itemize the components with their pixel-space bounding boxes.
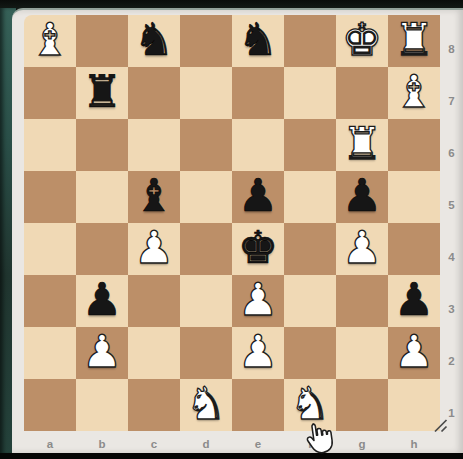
file-label-c: c: [128, 434, 180, 453]
square-c2[interactable]: [128, 327, 180, 379]
hand-pointer-cursor: [301, 419, 337, 459]
square-e7[interactable]: [232, 67, 284, 119]
square-a7[interactable]: [24, 67, 76, 119]
bottom-strip: [0, 453, 463, 459]
square-f4[interactable]: [284, 223, 336, 275]
piece-black-pawn[interactable]: ♟: [342, 170, 382, 222]
rank-label-2: 2: [440, 327, 463, 379]
piece-white-knight[interactable]: ♞: [186, 378, 226, 430]
square-d5[interactable]: [180, 171, 232, 223]
piece-black-king[interactable]: ♚: [238, 222, 278, 274]
piece-black-knight[interactable]: ♞: [238, 15, 278, 66]
square-e6[interactable]: [232, 119, 284, 171]
piece-white-rook[interactable]: ♜: [394, 15, 434, 66]
square-d3[interactable]: [180, 275, 232, 327]
square-f6[interactable]: [284, 119, 336, 171]
file-label-h: h: [388, 434, 440, 453]
square-g7[interactable]: [336, 67, 388, 119]
square-h8[interactable]: ♜: [388, 15, 440, 67]
chess-board[interactable]: ♝♞♞♚♜♜♝♜♝♟♟♟♚♟♟♟♟♟♟♟♞♞: [24, 15, 440, 431]
square-d8[interactable]: [180, 15, 232, 67]
rank-label-8: 8: [440, 15, 463, 67]
square-c6[interactable]: [128, 119, 180, 171]
square-c1[interactable]: [128, 379, 180, 431]
square-h4[interactable]: [388, 223, 440, 275]
square-e2[interactable]: ♟: [232, 327, 284, 379]
piece-white-pawn[interactable]: ♟: [82, 326, 122, 378]
square-e4[interactable]: ♚: [232, 223, 284, 275]
square-f3[interactable]: [284, 275, 336, 327]
square-b6[interactable]: [76, 119, 128, 171]
piece-black-rook[interactable]: ♜: [82, 66, 122, 118]
square-b5[interactable]: [76, 171, 128, 223]
square-c8[interactable]: ♞: [128, 15, 180, 67]
file-label-e: e: [232, 434, 284, 453]
rank-label-4: 4: [440, 223, 463, 275]
square-g1[interactable]: [336, 379, 388, 431]
piece-white-pawn[interactable]: ♟: [238, 274, 278, 326]
square-h5[interactable]: [388, 171, 440, 223]
square-a8[interactable]: ♝: [24, 15, 76, 67]
square-a1[interactable]: [24, 379, 76, 431]
square-d4[interactable]: [180, 223, 232, 275]
square-g3[interactable]: [336, 275, 388, 327]
square-b4[interactable]: [76, 223, 128, 275]
square-f8[interactable]: [284, 15, 336, 67]
square-d1[interactable]: ♞: [180, 379, 232, 431]
square-b1[interactable]: [76, 379, 128, 431]
square-e3[interactable]: ♟: [232, 275, 284, 327]
square-c7[interactable]: [128, 67, 180, 119]
piece-black-pawn[interactable]: ♟: [394, 274, 434, 326]
square-a5[interactable]: [24, 171, 76, 223]
square-a2[interactable]: [24, 327, 76, 379]
square-f7[interactable]: [284, 67, 336, 119]
square-h7[interactable]: ♝: [388, 67, 440, 119]
square-b8[interactable]: [76, 15, 128, 67]
piece-black-pawn[interactable]: ♟: [238, 170, 278, 222]
resize-grip-icon[interactable]: [432, 417, 449, 434]
piece-black-pawn[interactable]: ♟: [82, 274, 122, 326]
file-label-b: b: [76, 434, 128, 453]
piece-white-bishop[interactable]: ♝: [394, 66, 434, 118]
square-e1[interactable]: [232, 379, 284, 431]
video-frame: ♝♞♞♚♜♜♝♜♝♟♟♟♚♟♟♟♟♟♟♟♞♞ abcdefgh 87654321: [0, 0, 463, 459]
file-label-a: a: [24, 434, 76, 453]
square-h2[interactable]: ♟: [388, 327, 440, 379]
piece-white-king[interactable]: ♚: [342, 15, 382, 66]
file-labels: abcdefgh: [24, 434, 440, 453]
square-h3[interactable]: ♟: [388, 275, 440, 327]
board-panel: ♝♞♞♚♜♜♝♜♝♟♟♟♚♟♟♟♟♟♟♟♞♞ abcdefgh 87654321: [12, 8, 463, 453]
rank-label-6: 6: [440, 119, 463, 171]
square-g5[interactable]: ♟: [336, 171, 388, 223]
square-a4[interactable]: [24, 223, 76, 275]
square-g2[interactable]: [336, 327, 388, 379]
square-c5[interactable]: ♝: [128, 171, 180, 223]
piece-white-bishop[interactable]: ♝: [30, 15, 70, 66]
piece-black-knight[interactable]: ♞: [134, 15, 174, 66]
square-g6[interactable]: ♜: [336, 119, 388, 171]
piece-white-rook[interactable]: ♜: [342, 118, 382, 170]
piece-white-pawn[interactable]: ♟: [342, 222, 382, 274]
square-d7[interactable]: [180, 67, 232, 119]
square-a6[interactable]: [24, 119, 76, 171]
square-g4[interactable]: ♟: [336, 223, 388, 275]
square-f5[interactable]: [284, 171, 336, 223]
rank-label-3: 3: [440, 275, 463, 327]
square-b7[interactable]: ♜: [76, 67, 128, 119]
square-e5[interactable]: ♟: [232, 171, 284, 223]
piece-white-pawn[interactable]: ♟: [238, 326, 278, 378]
square-d6[interactable]: [180, 119, 232, 171]
file-label-d: d: [180, 434, 232, 453]
square-f2[interactable]: [284, 327, 336, 379]
square-a3[interactable]: [24, 275, 76, 327]
square-d2[interactable]: [180, 327, 232, 379]
square-b3[interactable]: ♟: [76, 275, 128, 327]
square-g8[interactable]: ♚: [336, 15, 388, 67]
piece-white-pawn[interactable]: ♟: [394, 326, 434, 378]
square-b2[interactable]: ♟: [76, 327, 128, 379]
rank-label-5: 5: [440, 171, 463, 223]
piece-black-bishop[interactable]: ♝: [134, 170, 174, 222]
square-c4[interactable]: ♟: [128, 223, 180, 275]
rank-labels: 87654321: [440, 15, 463, 431]
square-h6[interactable]: [388, 119, 440, 171]
square-c3[interactable]: [128, 275, 180, 327]
square-e8[interactable]: ♞: [232, 15, 284, 67]
rank-label-7: 7: [440, 67, 463, 119]
file-label-g: g: [336, 434, 388, 453]
piece-white-pawn[interactable]: ♟: [134, 222, 174, 274]
